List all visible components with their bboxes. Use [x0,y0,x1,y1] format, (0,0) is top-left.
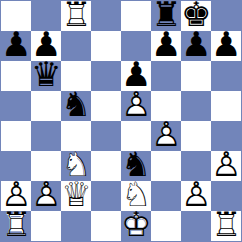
piece-white-queen-fill: ♛ [62,182,91,211]
piece-white-pawn-fill: ♟ [122,92,151,121]
piece-white-knight-fill: ♞ [62,152,91,181]
square-d8[interactable] [91,1,121,31]
piece-white-pawn-fill: ♟ [212,152,241,181]
square-g5[interactable] [181,91,211,121]
square-f1[interactable] [151,211,181,241]
square-b7[interactable]: ♟ [31,31,61,61]
square-c2[interactable]: ♛♕ [61,181,91,211]
square-h8[interactable] [211,1,241,31]
piece-white-rook: ♖ [211,211,241,241]
piece-white-knight: ♘ [121,181,151,211]
square-e7[interactable] [121,31,151,61]
square-a8[interactable] [1,1,31,31]
square-a4[interactable] [1,121,31,151]
square-c8[interactable]: ♜♖ [61,1,91,31]
square-a7[interactable]: ♟ [1,31,31,61]
square-e6[interactable]: ♟ [121,61,151,91]
piece-black-king: ♚ [181,1,211,31]
square-g1[interactable] [181,211,211,241]
square-f5[interactable] [151,91,181,121]
piece-black-pawn: ♟ [31,31,61,61]
square-h5[interactable] [211,91,241,121]
square-a1[interactable]: ♜♖ [1,211,31,241]
square-b8[interactable] [31,1,61,31]
square-d1[interactable] [91,211,121,241]
square-d5[interactable] [91,91,121,121]
square-e3[interactable]: ♞ [121,151,151,181]
square-h4[interactable] [211,121,241,151]
square-d2[interactable] [91,181,121,211]
square-b1[interactable] [31,211,61,241]
square-c4[interactable] [61,121,91,151]
square-b6[interactable]: ♛ [31,61,61,91]
square-e8[interactable] [121,1,151,31]
square-f2[interactable] [151,181,181,211]
piece-white-pawn: ♙ [31,181,61,211]
square-g2[interactable]: ♟♙ [181,181,211,211]
square-g3[interactable] [181,151,211,181]
piece-black-pawn: ♟ [151,31,181,61]
square-e5[interactable]: ♟♙ [121,91,151,121]
square-h3[interactable]: ♟♙ [211,151,241,181]
piece-white-pawn-fill: ♟ [2,182,31,211]
square-h7[interactable]: ♟ [211,31,241,61]
square-d3[interactable] [91,151,121,181]
square-c6[interactable] [61,61,91,91]
square-c3[interactable]: ♞♘ [61,151,91,181]
piece-black-pawn: ♟ [181,31,211,61]
square-a5[interactable] [1,91,31,121]
piece-white-pawn: ♙ [181,181,211,211]
piece-white-rook: ♖ [1,211,31,241]
piece-black-pawn: ♟ [211,31,241,61]
piece-white-king-fill: ♚ [122,212,151,241]
piece-white-rook: ♖ [61,1,91,31]
piece-black-rook: ♜ [151,1,181,31]
piece-white-queen: ♕ [61,181,91,211]
piece-white-rook-fill: ♜ [62,2,91,31]
piece-white-pawn: ♙ [121,91,151,121]
square-h6[interactable] [211,61,241,91]
piece-black-knight: ♞ [61,91,91,121]
square-d7[interactable] [91,31,121,61]
square-f3[interactable] [151,151,181,181]
piece-white-pawn-fill: ♟ [152,122,181,151]
square-c7[interactable] [61,31,91,61]
square-f7[interactable]: ♟ [151,31,181,61]
square-d4[interactable] [91,121,121,151]
piece-white-rook-fill: ♜ [212,212,241,241]
piece-white-pawn: ♙ [211,151,241,181]
square-f8[interactable]: ♜ [151,1,181,31]
square-c1[interactable] [61,211,91,241]
piece-black-pawn: ♟ [1,31,31,61]
square-g8[interactable]: ♚ [181,1,211,31]
square-c5[interactable]: ♞ [61,91,91,121]
square-d6[interactable] [91,61,121,91]
square-e4[interactable] [121,121,151,151]
square-b4[interactable] [31,121,61,151]
square-g6[interactable] [181,61,211,91]
piece-black-pawn: ♟ [121,61,151,91]
square-h2[interactable] [211,181,241,211]
square-f6[interactable] [151,61,181,91]
square-b2[interactable]: ♟♙ [31,181,61,211]
square-f4[interactable]: ♟♙ [151,121,181,151]
piece-black-queen: ♛ [31,61,61,91]
square-a3[interactable] [1,151,31,181]
square-h1[interactable]: ♜♖ [211,211,241,241]
piece-black-knight: ♞ [121,151,151,181]
piece-white-rook-fill: ♜ [2,212,31,241]
square-b5[interactable] [31,91,61,121]
square-e1[interactable]: ♚♔ [121,211,151,241]
square-a2[interactable]: ♟♙ [1,181,31,211]
square-a6[interactable] [1,61,31,91]
piece-white-pawn-fill: ♟ [32,182,61,211]
piece-white-knight-fill: ♞ [122,182,151,211]
piece-white-pawn-fill: ♟ [182,182,211,211]
chess-board: ♜♖♜♚♟♟♟♟♟♛♟♞♟♙♟♙♞♘♞♟♙♟♙♟♙♛♕♞♘♟♙♜♖♚♔♜♖ [0,0,242,242]
piece-white-knight: ♘ [61,151,91,181]
piece-white-pawn: ♙ [1,181,31,211]
square-b3[interactable] [31,151,61,181]
piece-white-pawn: ♙ [151,121,181,151]
piece-white-king: ♔ [121,211,151,241]
square-e2[interactable]: ♞♘ [121,181,151,211]
square-g4[interactable] [181,121,211,151]
square-g7[interactable]: ♟ [181,31,211,61]
